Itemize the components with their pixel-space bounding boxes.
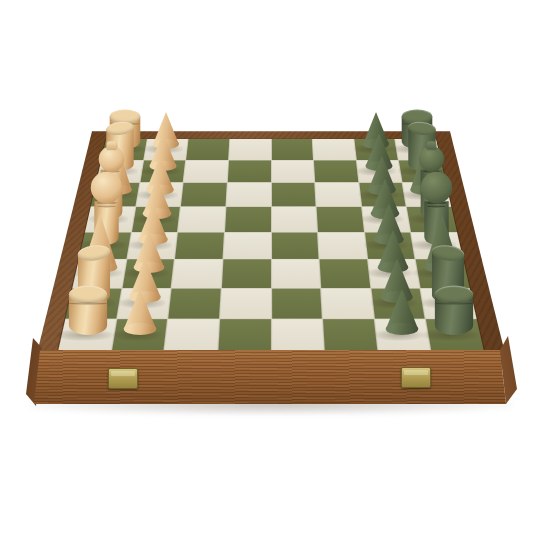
black-pawn[interactable] bbox=[385, 289, 418, 335]
white-pawn[interactable] bbox=[124, 289, 157, 335]
product-photo: Bauhaus-style wooden chess set, olive gr… bbox=[0, 0, 533, 533]
white-rook[interactable] bbox=[69, 286, 107, 336]
pieces-layer bbox=[0, 0, 533, 533]
black-rook[interactable] bbox=[435, 286, 473, 336]
